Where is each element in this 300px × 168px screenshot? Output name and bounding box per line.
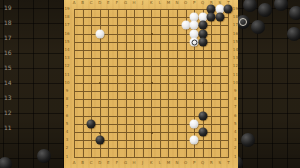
bg-last-move-marker-icon: [239, 18, 247, 26]
grid-hline: [74, 124, 229, 125]
coord-number-right: 12: [233, 64, 238, 68]
grid-vline: [211, 9, 212, 158]
coord-number-left: 3: [66, 138, 69, 142]
grid-vline: [228, 9, 229, 158]
stone-black: [198, 111, 207, 120]
star-point: [99, 132, 101, 134]
go-board[interactable]: AABBCCDDEEFFGGHHJJKKLLMMNNOOPPQQRRSSTT19…: [64, 0, 238, 168]
coord-number-right: 8: [234, 97, 237, 101]
coord-number-right: 15: [233, 40, 238, 44]
coord-letter-top: N: [176, 1, 179, 5]
coord-number-left: 18: [64, 15, 69, 19]
coord-number-left: 6: [66, 114, 69, 118]
stone-black: [198, 37, 207, 46]
coord-number-left: 7: [66, 105, 69, 109]
coord-letter-top: M: [167, 1, 170, 5]
coord-letter-top: A: [73, 1, 76, 5]
coord-number-right: 6: [234, 114, 237, 118]
bg-row-number: 19: [4, 5, 12, 11]
dimmed-background-board-left: 191817161514131211: [0, 0, 64, 168]
bg-row-number: 13: [4, 95, 12, 101]
grid-vline: [220, 9, 221, 158]
coord-number-right: 11: [233, 73, 238, 77]
bg-stone-black: [0, 157, 12, 168]
grid-vline: [160, 9, 161, 158]
stone-black: [215, 13, 224, 22]
coord-letter-top: H: [133, 1, 136, 5]
grid-vline: [177, 9, 178, 158]
coord-number-left: 16: [64, 32, 69, 36]
stone-black: [95, 136, 104, 145]
coord-letter-bottom: D: [98, 161, 101, 165]
coord-letter-top: C: [90, 1, 93, 5]
grid-hline: [74, 157, 229, 158]
coord-letter-bottom: C: [90, 161, 93, 165]
grid-hline: [74, 91, 229, 92]
coord-number-right: 13: [233, 56, 238, 60]
grid-hline: [74, 107, 229, 108]
coord-letter-top: F: [116, 1, 118, 5]
stone-black: [224, 5, 233, 14]
bg-stone-black: [289, 6, 300, 20]
coord-number-right: 3: [234, 138, 237, 142]
coord-letter-bottom: K: [150, 161, 153, 165]
grid-vline: [168, 9, 169, 158]
coord-letter-top: Q: [201, 1, 204, 5]
coord-number-right: 19: [233, 7, 238, 11]
coord-number-right: 1: [234, 155, 237, 159]
coord-letter-bottom: S: [219, 161, 222, 165]
coord-letter-top: J: [142, 1, 143, 5]
stone-black: [87, 119, 96, 128]
bg-row-number: 14: [4, 80, 12, 86]
star-point: [151, 82, 153, 84]
coord-letter-bottom: G: [124, 161, 127, 165]
coord-letter-bottom: B: [81, 161, 84, 165]
coord-letter-bottom: L: [159, 161, 161, 165]
coord-number-left: 4: [66, 130, 69, 134]
coord-letter-bottom: T: [227, 161, 229, 165]
coord-number-left: 19: [64, 7, 69, 11]
coord-letter-top: L: [159, 1, 161, 5]
coord-letter-top: K: [150, 1, 153, 5]
coord-letter-bottom: A: [73, 161, 76, 165]
grid-vline: [186, 9, 187, 158]
coord-number-left: 11: [64, 73, 69, 77]
bg-stone-black: [251, 20, 265, 34]
coord-number-right: 5: [234, 122, 237, 126]
coord-letter-bottom: Q: [201, 161, 204, 165]
coord-letter-top: G: [124, 1, 127, 5]
coord-number-left: 14: [64, 48, 69, 52]
coord-letter-bottom: E: [107, 161, 110, 165]
coord-number-left: 8: [66, 97, 69, 101]
bg-row-number: 11: [4, 125, 12, 131]
last-move-marker-icon: [192, 39, 198, 45]
coord-letter-bottom: N: [176, 161, 179, 165]
coord-letter-top: D: [98, 1, 101, 5]
coord-number-right: 16: [233, 32, 238, 36]
bg-row-number: 15: [4, 65, 12, 71]
star-point: [151, 33, 153, 35]
go-app-screen: 191817161514131211 AABBCCDDEEFFGGHHJJKKL…: [0, 0, 300, 168]
coord-number-left: 12: [64, 64, 69, 68]
coord-letter-bottom: O: [184, 161, 187, 165]
bg-stone-black: [287, 27, 300, 41]
stone-white: [190, 119, 199, 128]
coord-number-right: 4: [234, 130, 237, 134]
coord-number-left: 10: [64, 81, 69, 85]
coord-number-left: 2: [66, 146, 69, 150]
coord-number-right: 9: [234, 89, 237, 93]
coord-number-right: 7: [234, 105, 237, 109]
bg-stone-black: [37, 149, 51, 163]
coord-letter-bottom: R: [210, 161, 213, 165]
bg-row-number: 18: [4, 20, 12, 26]
dimmed-background-board-right: [238, 0, 300, 168]
coord-number-left: 17: [64, 23, 69, 27]
coord-letter-bottom: F: [116, 161, 118, 165]
grid-hline: [74, 99, 229, 100]
bg-row-number: 12: [4, 110, 12, 116]
coord-letter-bottom: J: [142, 161, 143, 165]
coord-number-right: 2: [234, 146, 237, 150]
coord-letter-top: E: [107, 1, 110, 5]
star-point: [151, 132, 153, 134]
bg-row-number: 17: [4, 35, 12, 41]
bg-row-number: 16: [4, 50, 12, 56]
stone-black: [198, 128, 207, 137]
coord-number-left: 13: [64, 56, 69, 60]
coord-letter-bottom: P: [193, 161, 195, 165]
coord-letter-bottom: M: [167, 161, 170, 165]
stone-white: [95, 29, 104, 38]
coord-number-right: 14: [233, 48, 238, 52]
coord-number-left: 5: [66, 122, 69, 126]
stone-white: [190, 136, 199, 145]
coord-number-left: 9: [66, 89, 69, 93]
coord-letter-top: P: [193, 1, 195, 5]
grid-hline: [74, 148, 229, 149]
coord-letter-bottom: H: [133, 161, 136, 165]
bg-stone-black: [241, 133, 255, 147]
coord-letter-top: B: [81, 1, 84, 5]
coord-number-right: 10: [233, 81, 238, 85]
coord-letter-top: O: [184, 1, 187, 5]
bg-stone-black: [258, 3, 272, 17]
coord-number-left: 1: [66, 155, 69, 159]
coord-number-left: 15: [64, 40, 69, 44]
